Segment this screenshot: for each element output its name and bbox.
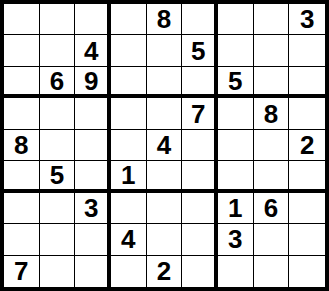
cell-r9c4[interactable] (111, 256, 147, 287)
cell-r1c7[interactable] (218, 4, 254, 35)
cell-r7c3[interactable]: 3 (75, 193, 111, 224)
cell-r8c7[interactable]: 3 (218, 224, 254, 255)
cell-r1c5[interactable]: 8 (147, 4, 183, 35)
cell-r5c9[interactable]: 2 (289, 130, 325, 161)
cell-r3c7[interactable]: 5 (218, 67, 254, 98)
cell-r3c5[interactable] (147, 67, 183, 98)
cell-r8c6[interactable] (182, 224, 218, 255)
cell-r2c7[interactable] (218, 35, 254, 66)
cell-r2c4[interactable] (111, 35, 147, 66)
cell-r8c1[interactable] (4, 224, 40, 255)
cell-r2c5[interactable] (147, 35, 183, 66)
cell-r9c5[interactable]: 2 (147, 256, 183, 287)
cell-r4c7[interactable] (218, 98, 254, 129)
cell-r9c2[interactable] (40, 256, 76, 287)
cell-r7c9[interactable] (289, 193, 325, 224)
cell-r8c5[interactable] (147, 224, 183, 255)
cell-r6c2[interactable]: 5 (40, 161, 76, 192)
cell-r5c2[interactable] (40, 130, 76, 161)
cell-r1c6[interactable] (182, 4, 218, 35)
cell-r1c1[interactable] (4, 4, 40, 35)
cell-r1c8[interactable] (254, 4, 290, 35)
cell-r7c4[interactable] (111, 193, 147, 224)
cell-r8c3[interactable] (75, 224, 111, 255)
cell-r6c3[interactable] (75, 161, 111, 192)
cell-r4c1[interactable] (4, 98, 40, 129)
cell-r7c2[interactable] (40, 193, 76, 224)
cell-r7c7[interactable]: 1 (218, 193, 254, 224)
cell-r9c9[interactable] (289, 256, 325, 287)
cell-r6c7[interactable] (218, 161, 254, 192)
cell-r6c1[interactable] (4, 161, 40, 192)
cell-r6c4[interactable]: 1 (111, 161, 147, 192)
cell-r3c9[interactable] (289, 67, 325, 98)
sudoku-board: 834569578842513164372 (0, 0, 329, 291)
cell-r5c1[interactable]: 8 (4, 130, 40, 161)
cell-r1c9[interactable]: 3 (289, 4, 325, 35)
cell-r7c6[interactable] (182, 193, 218, 224)
cell-r1c3[interactable] (75, 4, 111, 35)
cell-r6c6[interactable] (182, 161, 218, 192)
cell-r1c2[interactable] (40, 4, 76, 35)
cell-r1c4[interactable] (111, 4, 147, 35)
cell-r3c4[interactable] (111, 67, 147, 98)
cell-r3c8[interactable] (254, 67, 290, 98)
cell-r7c5[interactable] (147, 193, 183, 224)
cell-r5c3[interactable] (75, 130, 111, 161)
cell-r4c9[interactable] (289, 98, 325, 129)
cell-r5c8[interactable] (254, 130, 290, 161)
cell-r5c5[interactable]: 4 (147, 130, 183, 161)
cell-r2c1[interactable] (4, 35, 40, 66)
cell-r3c2[interactable]: 6 (40, 67, 76, 98)
cell-r4c3[interactable] (75, 98, 111, 129)
cell-r8c8[interactable] (254, 224, 290, 255)
cell-r5c7[interactable] (218, 130, 254, 161)
cell-r3c6[interactable] (182, 67, 218, 98)
cell-r6c9[interactable] (289, 161, 325, 192)
cell-r5c6[interactable] (182, 130, 218, 161)
cell-r2c6[interactable]: 5 (182, 35, 218, 66)
cell-r5c4[interactable] (111, 130, 147, 161)
cell-r9c7[interactable] (218, 256, 254, 287)
cell-r8c9[interactable] (289, 224, 325, 255)
cell-r4c2[interactable] (40, 98, 76, 129)
cell-r2c9[interactable] (289, 35, 325, 66)
cell-r8c4[interactable]: 4 (111, 224, 147, 255)
cell-r8c2[interactable] (40, 224, 76, 255)
cell-r6c8[interactable] (254, 161, 290, 192)
cell-r7c1[interactable] (4, 193, 40, 224)
cell-r4c6[interactable]: 7 (182, 98, 218, 129)
cell-r2c3[interactable]: 4 (75, 35, 111, 66)
cell-r3c3[interactable]: 9 (75, 67, 111, 98)
cell-r2c8[interactable] (254, 35, 290, 66)
cell-r9c1[interactable]: 7 (4, 256, 40, 287)
cell-r6c5[interactable] (147, 161, 183, 192)
cell-r9c6[interactable] (182, 256, 218, 287)
cell-r4c5[interactable] (147, 98, 183, 129)
cell-r7c8[interactable]: 6 (254, 193, 290, 224)
sudoku-page: 834569578842513164372 (0, 0, 329, 291)
cell-r9c3[interactable] (75, 256, 111, 287)
cell-r4c8[interactable]: 8 (254, 98, 290, 129)
cell-r4c4[interactable] (111, 98, 147, 129)
cell-r3c1[interactable] (4, 67, 40, 98)
cell-r2c2[interactable] (40, 35, 76, 66)
cell-r9c8[interactable] (254, 256, 290, 287)
